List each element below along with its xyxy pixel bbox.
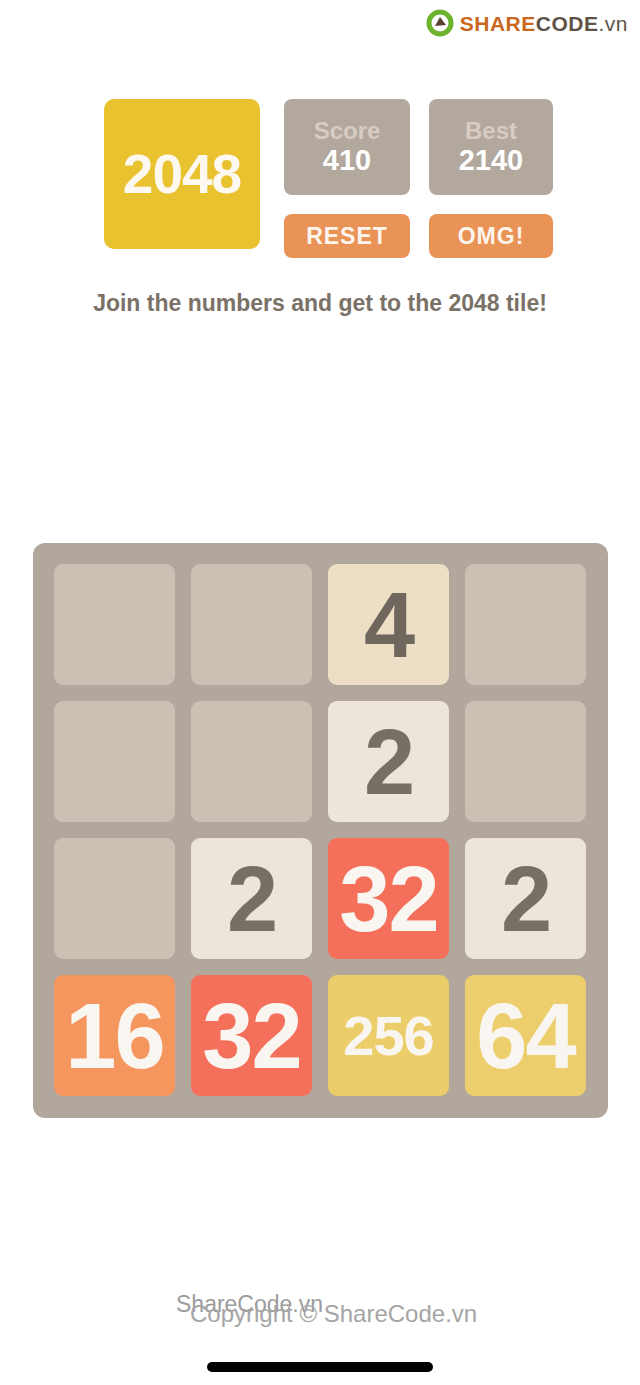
tile-32: 32 bbox=[191, 975, 312, 1096]
reset-button[interactable]: RESET bbox=[284, 214, 410, 258]
tile-64: 64 bbox=[465, 975, 586, 1096]
best-value: 2140 bbox=[459, 144, 524, 177]
tile-2: 2 bbox=[465, 838, 586, 959]
best-box: Best 2140 bbox=[429, 99, 553, 195]
empty-cell bbox=[465, 701, 586, 822]
best-label: Best bbox=[465, 117, 517, 145]
board-grid[interactable]: 422322163225664 bbox=[33, 543, 608, 1118]
logo-2048-tile: 2048 bbox=[104, 99, 260, 249]
tile-2: 2 bbox=[191, 838, 312, 959]
empty-cell bbox=[465, 564, 586, 685]
recycle-icon bbox=[425, 8, 455, 38]
brand-wordmark: SHARECODE.vn bbox=[460, 13, 628, 34]
empty-cell bbox=[191, 701, 312, 822]
app-screen: SHARECODE.vn 2048 Score 410 Best 2140 RE… bbox=[0, 0, 640, 1385]
empty-cell bbox=[54, 564, 175, 685]
home-indicator-bar[interactable] bbox=[207, 1362, 433, 1372]
score-value: 410 bbox=[323, 144, 371, 177]
copyright-text: Copyright © ShareCode.vn bbox=[190, 1300, 477, 1328]
empty-cell bbox=[54, 838, 175, 959]
omg-button[interactable]: OMG! bbox=[429, 214, 553, 258]
score-label: Score bbox=[314, 117, 381, 145]
tile-4: 4 bbox=[328, 564, 449, 685]
score-box: Score 410 bbox=[284, 99, 410, 195]
brand-code-text: CODE bbox=[536, 12, 599, 35]
empty-cell bbox=[54, 701, 175, 822]
tile-256: 256 bbox=[328, 975, 449, 1096]
brand-tld-text: .vn bbox=[598, 12, 628, 35]
tile-32: 32 bbox=[328, 838, 449, 959]
tagline: Join the numbers and get to the 2048 til… bbox=[0, 290, 640, 317]
sharecode-brand-link[interactable]: SHARECODE.vn bbox=[425, 8, 628, 38]
empty-cell bbox=[191, 564, 312, 685]
tile-16: 16 bbox=[54, 975, 175, 1096]
tile-2: 2 bbox=[328, 701, 449, 822]
brand-share-text: SHARE bbox=[460, 12, 536, 35]
